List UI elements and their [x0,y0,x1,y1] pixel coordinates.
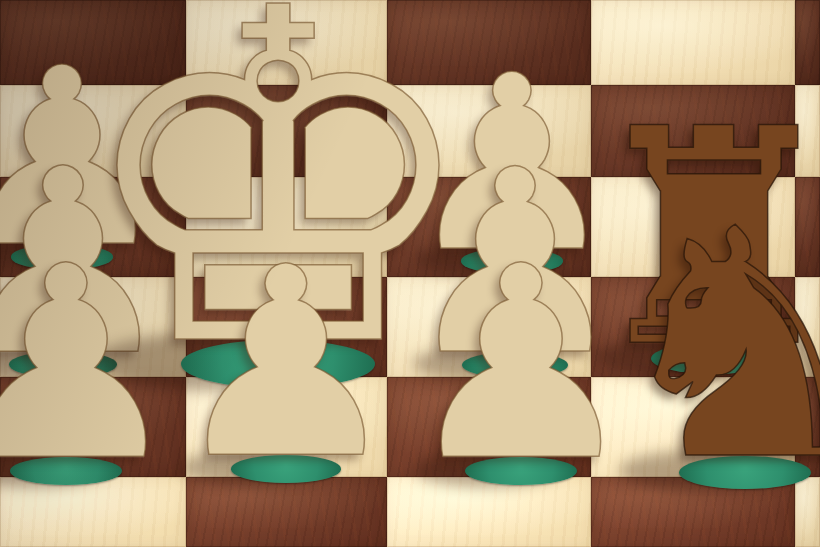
chessboard-photo: ♟♟♟♚♟♟♟♟♜♞ [0,0,820,547]
pawn-glyph: ♟ [169,233,404,495]
pawn-glyph: ♟ [0,231,185,497]
pieces-layer: ♟♟♟♚♟♟♟♟♜♞ [0,0,820,547]
knight-glyph: ♞ [603,188,820,504]
